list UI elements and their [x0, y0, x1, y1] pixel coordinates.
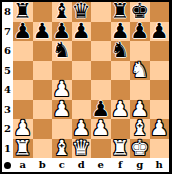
rank-label-5: 5 — [2, 61, 13, 81]
piece-black-pawn-h7[interactable]: ♟ — [150, 22, 169, 42]
rank-label-3: 3 — [2, 100, 13, 120]
square-d6[interactable] — [72, 41, 92, 61]
square-e5[interactable] — [91, 61, 111, 81]
square-d5[interactable] — [72, 61, 92, 81]
square-b5[interactable] — [33, 61, 53, 81]
piece-black-knight-c6[interactable]: ♞ — [52, 41, 71, 61]
square-h4[interactable] — [150, 80, 170, 100]
rank-label-1: 1 — [2, 139, 13, 159]
file-label-g: g — [130, 158, 150, 172]
square-g1[interactable]: ♚ — [130, 139, 150, 159]
square-e7[interactable] — [91, 22, 111, 42]
piece-white-rook-a1[interactable]: ♜ — [13, 139, 32, 159]
square-b2[interactable] — [33, 119, 53, 139]
piece-white-knight-g5[interactable]: ♞ — [130, 61, 149, 81]
square-h6[interactable] — [150, 41, 170, 61]
file-label-d: d — [72, 158, 92, 172]
square-e2[interactable]: ♟ — [91, 119, 111, 139]
square-e1[interactable] — [91, 139, 111, 159]
square-d7[interactable]: ♟ — [72, 22, 92, 42]
board-with-rank-labels: 87654321 ♜♝♛♜♚♟♟♟♟♟♟♟♞♞♞♟♟♟♟♟♟♟♟♝♟♜♝♛♜♚ — [2, 2, 169, 158]
square-f1[interactable]: ♜ — [111, 139, 131, 159]
piece-white-pawn-h2[interactable]: ♟ — [150, 119, 169, 139]
square-g7[interactable]: ♟ — [130, 22, 150, 42]
square-h5[interactable] — [150, 61, 170, 81]
rank-label-2: 2 — [2, 119, 13, 139]
square-a7[interactable]: ♟ — [13, 22, 33, 42]
piece-white-pawn-f3[interactable]: ♟ — [111, 100, 130, 120]
square-h2[interactable]: ♟ — [150, 119, 170, 139]
square-a6[interactable] — [13, 41, 33, 61]
piece-white-king-g1[interactable]: ♚ — [130, 139, 149, 159]
file-label-c: c — [52, 158, 72, 172]
piece-white-rook-f1[interactable]: ♜ — [111, 139, 130, 159]
square-h1[interactable] — [150, 139, 170, 159]
file-label-f: f — [111, 158, 131, 172]
square-a5[interactable] — [13, 61, 33, 81]
rank-labels: 87654321 — [2, 2, 13, 158]
square-c3[interactable]: ♟ — [52, 100, 72, 120]
file-label-b: b — [33, 158, 53, 172]
rank-label-7: 7 — [2, 22, 13, 42]
square-g5[interactable]: ♞ — [130, 61, 150, 81]
board-area: 87654321 ♜♝♛♜♚♟♟♟♟♟♟♟♞♞♞♟♟♟♟♟♟♟♟♝♟♜♝♛♜♚ … — [2, 2, 169, 172]
rank-label-8: 8 — [2, 2, 13, 22]
square-b4[interactable] — [33, 80, 53, 100]
file-label-h: h — [150, 158, 170, 172]
piece-black-pawn-a7[interactable]: ♟ — [13, 22, 32, 42]
square-e6[interactable] — [91, 41, 111, 61]
square-d1[interactable]: ♛ — [72, 139, 92, 159]
square-b1[interactable] — [33, 139, 53, 159]
file-label-a: a — [13, 158, 33, 172]
file-label-e: e — [91, 158, 111, 172]
square-f5[interactable] — [111, 61, 131, 81]
square-d4[interactable] — [72, 80, 92, 100]
side-to-move-indicator-black-dot — [4, 162, 11, 169]
square-b3[interactable] — [33, 100, 53, 120]
piece-black-pawn-d7[interactable]: ♟ — [72, 22, 91, 42]
piece-white-pawn-e2[interactable]: ♟ — [91, 119, 110, 139]
square-c6[interactable]: ♞ — [52, 41, 72, 61]
square-c1[interactable]: ♝ — [52, 139, 72, 159]
square-b7[interactable]: ♟ — [33, 22, 53, 42]
square-e8[interactable] — [91, 2, 111, 22]
rank-label-4: 4 — [2, 80, 13, 100]
chess-board[interactable]: ♜♝♛♜♚♟♟♟♟♟♟♟♞♞♞♟♟♟♟♟♟♟♟♝♟♜♝♛♜♚ — [13, 2, 169, 158]
square-a1[interactable]: ♜ — [13, 139, 33, 159]
chess-board-frame: 87654321 ♜♝♛♜♚♟♟♟♟♟♟♟♞♞♞♟♟♟♟♟♟♟♟♝♟♜♝♛♜♚ … — [0, 0, 172, 174]
square-f6[interactable]: ♞ — [111, 41, 131, 61]
piece-white-pawn-c3[interactable]: ♟ — [52, 100, 71, 120]
square-f3[interactable]: ♟ — [111, 100, 131, 120]
rank-label-6: 6 — [2, 41, 13, 61]
file-labels: abcdefgh — [2, 158, 169, 172]
square-h7[interactable]: ♟ — [150, 22, 170, 42]
piece-black-pawn-g7[interactable]: ♟ — [130, 22, 149, 42]
square-a4[interactable] — [13, 80, 33, 100]
square-b6[interactable] — [33, 41, 53, 61]
piece-white-queen-d1[interactable]: ♛ — [72, 139, 91, 159]
piece-black-pawn-b7[interactable]: ♟ — [33, 22, 52, 42]
piece-white-bishop-c1[interactable]: ♝ — [52, 139, 71, 159]
side-to-move-cell — [2, 162, 13, 169]
piece-black-knight-f6[interactable]: ♞ — [111, 41, 130, 61]
